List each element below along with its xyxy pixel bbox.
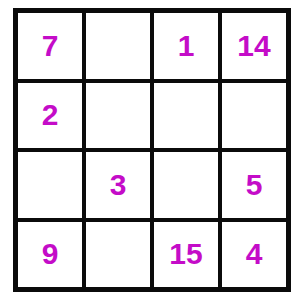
cell-r1c4[interactable]: 14 — [222, 13, 286, 79]
cell-r2c2[interactable] — [86, 83, 150, 149]
puzzle-board: 71142359154 — [13, 8, 291, 292]
cell-r2c1[interactable]: 2 — [18, 83, 82, 149]
cell-r4c3[interactable]: 15 — [154, 222, 218, 288]
cell-r2c3[interactable] — [154, 83, 218, 149]
cell-r4c2[interactable] — [86, 222, 150, 288]
cell-r1c3[interactable]: 1 — [154, 13, 218, 79]
cell-r3c2[interactable]: 3 — [86, 152, 150, 218]
cell-r3c4[interactable]: 5 — [222, 152, 286, 218]
cell-r4c1[interactable]: 9 — [18, 222, 82, 288]
cell-r1c1[interactable]: 7 — [18, 13, 82, 79]
cell-r3c1[interactable] — [18, 152, 82, 218]
cell-r3c3[interactable] — [154, 152, 218, 218]
cell-r4c4[interactable]: 4 — [222, 222, 286, 288]
cell-r1c2[interactable] — [86, 13, 150, 79]
cell-r2c4[interactable] — [222, 83, 286, 149]
